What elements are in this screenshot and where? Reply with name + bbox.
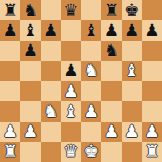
piece-white-pawn[interactable]: ♟ bbox=[104, 123, 119, 140]
piece-white-knight[interactable]: ♞ bbox=[43, 102, 58, 119]
square-a4[interactable] bbox=[0, 81, 20, 101]
piece-white-knight[interactable]: ♞ bbox=[84, 62, 99, 79]
square-b8[interactable]: ♞ bbox=[20, 0, 40, 20]
piece-black-pawn[interactable]: ♟ bbox=[104, 21, 119, 38]
piece-black-pawn[interactable]: ♟ bbox=[3, 21, 18, 38]
square-g7[interactable]: ♟ bbox=[122, 20, 142, 40]
square-g2[interactable]: ♟ bbox=[122, 122, 142, 142]
square-e1[interactable]: ♚ bbox=[81, 142, 101, 162]
square-d2[interactable] bbox=[61, 122, 81, 142]
square-a5[interactable] bbox=[0, 61, 20, 81]
piece-white-pawn[interactable]: ♟ bbox=[124, 123, 139, 140]
square-c1[interactable] bbox=[41, 142, 61, 162]
square-f4[interactable] bbox=[101, 81, 121, 101]
square-b3[interactable] bbox=[20, 101, 40, 121]
square-d5[interactable]: ♟ bbox=[61, 61, 81, 81]
piece-black-rook[interactable]: ♜ bbox=[3, 1, 18, 18]
piece-black-knight[interactable]: ♞ bbox=[23, 1, 38, 18]
square-e6[interactable] bbox=[81, 41, 101, 61]
square-g6[interactable] bbox=[122, 41, 142, 61]
square-f1[interactable] bbox=[101, 142, 121, 162]
square-b1[interactable] bbox=[20, 142, 40, 162]
square-f7[interactable]: ♟ bbox=[101, 20, 121, 40]
square-c6[interactable] bbox=[41, 41, 61, 61]
piece-black-knight[interactable]: ♞ bbox=[104, 42, 119, 59]
square-g1[interactable] bbox=[122, 142, 142, 162]
square-e8[interactable] bbox=[81, 0, 101, 20]
square-g4[interactable] bbox=[122, 81, 142, 101]
square-g5[interactable]: ♝ bbox=[122, 61, 142, 81]
chess-board: ♜♞♛♜♚♟♝♟♝♟♟♟♟♞♟♞♝♟♞♝♟♟♟♟♟♟♜♛♚♜ bbox=[0, 0, 162, 162]
square-d1[interactable]: ♛ bbox=[61, 142, 81, 162]
square-a2[interactable]: ♟ bbox=[0, 122, 20, 142]
piece-black-pawn[interactable]: ♟ bbox=[43, 21, 58, 38]
square-d8[interactable]: ♛ bbox=[61, 0, 81, 20]
square-b2[interactable]: ♟ bbox=[20, 122, 40, 142]
square-d7[interactable] bbox=[61, 20, 81, 40]
square-c4[interactable] bbox=[41, 81, 61, 101]
piece-black-queen[interactable]: ♛ bbox=[63, 1, 78, 18]
square-b7[interactable]: ♝ bbox=[20, 20, 40, 40]
square-a3[interactable] bbox=[0, 101, 20, 121]
piece-black-pawn[interactable]: ♟ bbox=[124, 21, 139, 38]
square-c2[interactable] bbox=[41, 122, 61, 142]
piece-black-rook[interactable]: ♜ bbox=[104, 1, 119, 18]
piece-white-pawn[interactable]: ♟ bbox=[144, 123, 159, 140]
piece-white-pawn[interactable]: ♟ bbox=[3, 123, 18, 140]
square-h1[interactable]: ♜ bbox=[142, 142, 162, 162]
square-c5[interactable] bbox=[41, 61, 61, 81]
square-c8[interactable] bbox=[41, 0, 61, 20]
square-c7[interactable]: ♟ bbox=[41, 20, 61, 40]
square-a6[interactable] bbox=[0, 41, 20, 61]
piece-white-pawn[interactable]: ♟ bbox=[23, 123, 38, 140]
square-c3[interactable]: ♞ bbox=[41, 101, 61, 121]
square-f8[interactable]: ♜ bbox=[101, 0, 121, 20]
square-d3[interactable]: ♝ bbox=[61, 101, 81, 121]
square-f2[interactable]: ♟ bbox=[101, 122, 121, 142]
piece-white-king[interactable]: ♚ bbox=[84, 143, 99, 160]
square-f6[interactable]: ♞ bbox=[101, 41, 121, 61]
square-h4[interactable] bbox=[142, 81, 162, 101]
square-e3[interactable]: ♟ bbox=[81, 101, 101, 121]
square-b6[interactable]: ♟ bbox=[20, 41, 40, 61]
square-f3[interactable] bbox=[101, 101, 121, 121]
square-e7[interactable]: ♝ bbox=[81, 20, 101, 40]
square-a1[interactable]: ♜ bbox=[0, 142, 20, 162]
square-e2[interactable] bbox=[81, 122, 101, 142]
square-h6[interactable] bbox=[142, 41, 162, 61]
square-a8[interactable]: ♜ bbox=[0, 0, 20, 20]
piece-white-rook[interactable]: ♜ bbox=[3, 143, 18, 160]
piece-black-king[interactable]: ♚ bbox=[124, 1, 139, 18]
square-f5[interactable] bbox=[101, 61, 121, 81]
square-b5[interactable] bbox=[20, 61, 40, 81]
piece-white-bishop[interactable]: ♝ bbox=[63, 102, 78, 119]
piece-white-bishop[interactable]: ♝ bbox=[124, 62, 139, 79]
piece-black-pawn[interactable]: ♟ bbox=[63, 62, 78, 79]
square-h8[interactable] bbox=[142, 0, 162, 20]
square-e5[interactable]: ♞ bbox=[81, 61, 101, 81]
piece-white-queen[interactable]: ♛ bbox=[63, 143, 78, 160]
square-h7[interactable]: ♟ bbox=[142, 20, 162, 40]
square-b4[interactable] bbox=[20, 81, 40, 101]
piece-white-pawn[interactable]: ♟ bbox=[63, 82, 78, 99]
square-g8[interactable]: ♚ bbox=[122, 0, 142, 20]
square-h2[interactable]: ♟ bbox=[142, 122, 162, 142]
square-d4[interactable]: ♟ bbox=[61, 81, 81, 101]
piece-black-bishop[interactable]: ♝ bbox=[84, 21, 99, 38]
piece-black-pawn[interactable]: ♟ bbox=[144, 21, 159, 38]
piece-black-bishop[interactable]: ♝ bbox=[23, 21, 38, 38]
piece-white-pawn[interactable]: ♟ bbox=[84, 102, 99, 119]
square-e4[interactable] bbox=[81, 81, 101, 101]
square-d6[interactable] bbox=[61, 41, 81, 61]
square-h5[interactable] bbox=[142, 61, 162, 81]
square-g3[interactable] bbox=[122, 101, 142, 121]
piece-white-rook[interactable]: ♜ bbox=[144, 143, 159, 160]
square-a7[interactable]: ♟ bbox=[0, 20, 20, 40]
square-h3[interactable] bbox=[142, 101, 162, 121]
piece-black-pawn[interactable]: ♟ bbox=[23, 42, 38, 59]
